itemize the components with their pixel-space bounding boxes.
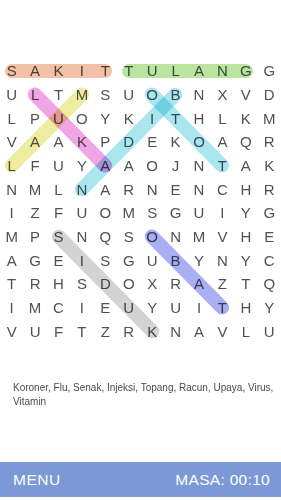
grid-cell[interactable]: U xyxy=(117,83,140,107)
grid-cell[interactable]: T xyxy=(211,154,234,178)
grid-cell[interactable]: G xyxy=(258,201,281,225)
grid-cell[interactable]: L xyxy=(0,106,23,130)
grid-cell[interactable]: Z xyxy=(94,319,117,343)
grid-cell[interactable]: D xyxy=(94,272,117,296)
grid-cell[interactable]: S xyxy=(70,272,93,296)
grid-cell[interactable]: G xyxy=(234,59,257,83)
grid-cell[interactable]: H xyxy=(47,272,70,296)
grid-cell[interactable]: U xyxy=(47,106,70,130)
grid-cell[interactable]: H xyxy=(187,106,210,130)
grid-cell[interactable]: A xyxy=(0,248,23,272)
grid-cell[interactable]: R xyxy=(117,319,140,343)
grid-cell[interactable]: R xyxy=(258,177,281,201)
grid-cell[interactable]: U xyxy=(140,59,163,83)
grid-cell[interactable]: A xyxy=(234,154,257,178)
grid-cell[interactable]: U xyxy=(117,296,140,320)
grid-cell[interactable]: I xyxy=(70,59,93,83)
grid-cell[interactable]: I xyxy=(211,201,234,225)
grid-cell[interactable]: O xyxy=(140,154,163,178)
grid-cell[interactable]: C xyxy=(211,177,234,201)
grid-cell[interactable]: A xyxy=(94,177,117,201)
grid-cell[interactable]: D xyxy=(117,130,140,154)
grid-cell[interactable]: M xyxy=(23,296,46,320)
grid-cell[interactable]: P xyxy=(94,130,117,154)
grid-cell[interactable]: L xyxy=(47,177,70,201)
grid-cell[interactable]: A xyxy=(47,130,70,154)
grid-cell[interactable]: U xyxy=(258,319,281,343)
grid-cell[interactable]: K xyxy=(47,59,70,83)
grid-cell[interactable]: H xyxy=(234,177,257,201)
grid-cell[interactable]: Y xyxy=(234,201,257,225)
grid-cell[interactable]: Z xyxy=(23,201,46,225)
grid-cell[interactable]: K xyxy=(140,319,163,343)
grid-cell[interactable]: F xyxy=(23,154,46,178)
grid-cell[interactable]: S xyxy=(47,225,70,249)
grid-cell[interactable]: E xyxy=(258,225,281,249)
grid-cell[interactable]: N xyxy=(0,177,23,201)
grid-cell[interactable]: O xyxy=(187,130,210,154)
grid-cell[interactable]: N xyxy=(187,154,210,178)
grid-cell[interactable]: I xyxy=(0,201,23,225)
grid-cell[interactable]: T xyxy=(234,272,257,296)
grid-cell[interactable]: S xyxy=(94,83,117,107)
grid-cell[interactable]: Y xyxy=(234,248,257,272)
grid-cell[interactable]: N xyxy=(211,59,234,83)
grid-cell[interactable]: O xyxy=(140,225,163,249)
grid-cell[interactable]: H xyxy=(234,296,257,320)
grid-cell[interactable]: O xyxy=(70,106,93,130)
grid-cell[interactable]: M xyxy=(23,177,46,201)
grid-cell[interactable]: N xyxy=(164,225,187,249)
grid-cell[interactable]: L xyxy=(234,319,257,343)
grid-cell[interactable]: M xyxy=(187,225,210,249)
grid-cell[interactable]: X xyxy=(211,83,234,107)
grid-cell[interactable]: U xyxy=(70,201,93,225)
grid-cell[interactable]: N xyxy=(70,225,93,249)
grid-cell[interactable]: F xyxy=(47,319,70,343)
grid-cell[interactable]: L xyxy=(0,154,23,178)
grid-cell[interactable]: U xyxy=(164,296,187,320)
grid-cell[interactable]: N xyxy=(187,177,210,201)
grid-cell[interactable]: V xyxy=(234,83,257,107)
grid-cell[interactable]: O xyxy=(117,272,140,296)
grid-cell[interactable]: R xyxy=(23,272,46,296)
grid-cell[interactable]: M xyxy=(0,225,23,249)
grid-cell[interactable]: M xyxy=(70,83,93,107)
grid-cell[interactable]: T xyxy=(47,83,70,107)
grid-cell[interactable]: I xyxy=(140,106,163,130)
grid-cell[interactable]: K xyxy=(164,130,187,154)
grid-cell[interactable]: U xyxy=(140,248,163,272)
grid-cell[interactable]: K xyxy=(117,106,140,130)
grid-cell[interactable]: L xyxy=(164,59,187,83)
grid-cell[interactable]: S xyxy=(94,248,117,272)
grid-cell[interactable]: F xyxy=(47,201,70,225)
letter-grid: SAKITTULANGGULTMSUOBNXVDLPUOYKITHLKMVAAK… xyxy=(0,59,281,343)
grid-cell[interactable]: N xyxy=(187,83,210,107)
grid-cell[interactable]: P xyxy=(23,106,46,130)
grid-cell[interactable]: I xyxy=(70,296,93,320)
grid-cell[interactable]: P xyxy=(23,225,46,249)
grid-cell[interactable]: B xyxy=(164,248,187,272)
grid-cell[interactable]: T xyxy=(164,106,187,130)
grid-cell[interactable]: T xyxy=(117,59,140,83)
grid-cell[interactable]: Q xyxy=(94,225,117,249)
grid-cell[interactable]: V xyxy=(0,319,23,343)
grid-cell[interactable]: Y xyxy=(94,106,117,130)
grid-cell[interactable]: Q xyxy=(234,130,257,154)
bottom-bar: MENU MASA: 00:10 xyxy=(0,462,281,497)
grid-cell[interactable]: Y xyxy=(187,248,210,272)
grid-cell[interactable]: Y xyxy=(70,154,93,178)
timer-label: MASA: 00:10 xyxy=(175,471,270,489)
grid-cell[interactable]: Y xyxy=(258,296,281,320)
grid-cell[interactable]: L xyxy=(211,106,234,130)
grid-cell[interactable]: A xyxy=(23,130,46,154)
grid-cell[interactable]: X xyxy=(140,272,163,296)
grid-cell[interactable]: D xyxy=(258,83,281,107)
grid-cell[interactable]: A xyxy=(211,130,234,154)
grid-cell[interactable]: T xyxy=(211,296,234,320)
grid-cell[interactable]: U xyxy=(187,201,210,225)
grid-cell[interactable]: Z xyxy=(211,272,234,296)
grid-cell[interactable]: A xyxy=(187,59,210,83)
grid-cell[interactable]: K xyxy=(258,154,281,178)
grid-cell[interactable]: S xyxy=(0,59,23,83)
grid-cell[interactable]: G xyxy=(164,201,187,225)
grid-cell[interactable]: V xyxy=(0,130,23,154)
grid-cell[interactable]: A xyxy=(23,59,46,83)
grid-cell[interactable]: M xyxy=(117,201,140,225)
grid-cell[interactable]: R xyxy=(258,130,281,154)
grid-cell[interactable]: V xyxy=(211,225,234,249)
grid-cell[interactable]: C xyxy=(258,248,281,272)
grid-cell[interactable]: Q xyxy=(258,272,281,296)
grid-cell[interactable]: V xyxy=(211,319,234,343)
grid-cell[interactable]: T xyxy=(94,59,117,83)
grid-cell[interactable]: H xyxy=(234,225,257,249)
grid-cell[interactable]: G xyxy=(23,248,46,272)
grid-cell[interactable]: I xyxy=(187,296,210,320)
grid-cell[interactable]: M xyxy=(258,106,281,130)
grid-cell[interactable]: O xyxy=(94,201,117,225)
grid-cell[interactable]: T xyxy=(0,272,23,296)
grid-cell[interactable]: U xyxy=(0,83,23,107)
grid-cell[interactable]: G xyxy=(258,59,281,83)
grid-cell[interactable]: E xyxy=(47,248,70,272)
grid-cell[interactable]: U xyxy=(23,319,46,343)
grid-cell[interactable]: I xyxy=(70,248,93,272)
grid-cell[interactable]: K xyxy=(70,130,93,154)
grid-cell[interactable]: G xyxy=(117,248,140,272)
grid-cell[interactable]: L xyxy=(23,83,46,107)
remaining-word-list: Koroner, Flu, Senak, Injeksi, Topang, Ra… xyxy=(13,381,278,409)
word-search-screen: SAKITTULANGGULTMSUOBNXVDLPUOYKITHLKMVAAK… xyxy=(0,0,281,500)
grid-cell[interactable]: N xyxy=(164,319,187,343)
grid-cell[interactable]: R xyxy=(164,272,187,296)
grid-cell[interactable]: I xyxy=(0,296,23,320)
grid-cell[interactable]: A xyxy=(94,154,117,178)
grid-cell[interactable]: Y xyxy=(140,296,163,320)
grid-cell[interactable]: A xyxy=(187,272,210,296)
grid-cell[interactable]: T xyxy=(70,319,93,343)
grid-cell[interactable]: S xyxy=(117,225,140,249)
grid-cell[interactable]: E xyxy=(140,130,163,154)
grid-cell[interactable]: O xyxy=(140,83,163,107)
grid-cell[interactable]: C xyxy=(47,296,70,320)
grid-cell[interactable]: B xyxy=(164,83,187,107)
menu-button[interactable]: MENU xyxy=(13,471,61,489)
grid-cell[interactable]: U xyxy=(47,154,70,178)
grid-cell[interactable]: N xyxy=(211,248,234,272)
grid-cell[interactable]: N xyxy=(70,177,93,201)
grid-cell[interactable]: R xyxy=(117,177,140,201)
grid-cell[interactable]: E xyxy=(94,296,117,320)
grid-cell[interactable]: K xyxy=(234,106,257,130)
grid-cell[interactable]: A xyxy=(187,319,210,343)
grid-cell[interactable]: N xyxy=(140,177,163,201)
grid-cell[interactable]: S xyxy=(140,201,163,225)
grid-cell[interactable]: A xyxy=(117,154,140,178)
grid-cell[interactable]: E xyxy=(164,177,187,201)
grid-cell[interactable]: J xyxy=(164,154,187,178)
